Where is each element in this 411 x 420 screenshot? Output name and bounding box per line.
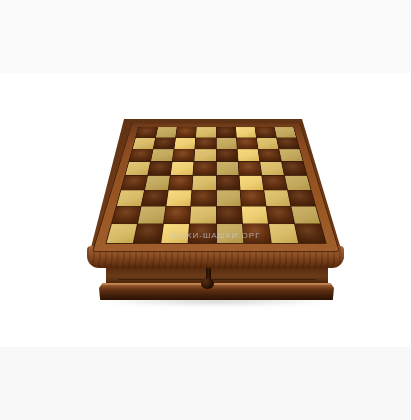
square-f6 bbox=[237, 149, 259, 161]
square-e7 bbox=[216, 138, 236, 149]
square-d6 bbox=[195, 149, 216, 161]
square-e3 bbox=[216, 190, 240, 206]
square-c4 bbox=[169, 175, 193, 189]
square-e8 bbox=[216, 127, 235, 137]
square-h5 bbox=[282, 162, 307, 175]
product-photo: ШАХИ-ШАШКИ.ОРГ bbox=[0, 0, 411, 420]
backdrop-bottom-band bbox=[0, 347, 411, 420]
square-f8 bbox=[236, 127, 256, 137]
square-a1 bbox=[107, 224, 138, 243]
square-c5 bbox=[171, 162, 194, 175]
backdrop-top-band bbox=[0, 0, 411, 73]
chessboard-grid bbox=[105, 127, 326, 244]
square-d7 bbox=[195, 138, 215, 149]
square-e4 bbox=[216, 175, 239, 189]
square-g6 bbox=[258, 149, 281, 161]
square-a3 bbox=[117, 190, 144, 206]
square-h2 bbox=[291, 206, 320, 223]
square-d8 bbox=[196, 127, 215, 137]
square-b6 bbox=[151, 149, 174, 161]
square-a5 bbox=[125, 162, 150, 175]
square-c8 bbox=[176, 127, 196, 137]
drawer-knob bbox=[201, 278, 214, 289]
square-b3 bbox=[142, 190, 168, 206]
square-f2 bbox=[241, 206, 267, 223]
square-b4 bbox=[145, 175, 170, 189]
square-g5 bbox=[260, 162, 284, 175]
square-a2 bbox=[112, 206, 141, 223]
square-e5 bbox=[216, 162, 238, 175]
square-b7 bbox=[154, 138, 176, 149]
square-g2 bbox=[266, 206, 294, 223]
drawer-seam-line bbox=[118, 279, 316, 280]
square-d3 bbox=[192, 190, 216, 206]
base-plinth-molding bbox=[99, 283, 334, 300]
square-c3 bbox=[167, 190, 192, 206]
square-b5 bbox=[148, 162, 172, 175]
square-a6 bbox=[129, 149, 153, 161]
square-e6 bbox=[216, 149, 237, 161]
square-h6 bbox=[279, 149, 303, 161]
square-c6 bbox=[173, 149, 195, 161]
square-a8 bbox=[136, 127, 158, 137]
square-h1 bbox=[295, 224, 326, 243]
square-g4 bbox=[262, 175, 287, 189]
square-d4 bbox=[193, 175, 216, 189]
square-e2 bbox=[216, 206, 241, 223]
square-b2 bbox=[138, 206, 166, 223]
square-g3 bbox=[264, 190, 290, 206]
square-c7 bbox=[175, 138, 196, 149]
watermark: ШАХИ-ШАШКИ.ОРГ bbox=[148, 230, 284, 242]
square-c2 bbox=[164, 206, 190, 223]
square-d5 bbox=[194, 162, 216, 175]
square-b8 bbox=[156, 127, 177, 137]
square-f3 bbox=[240, 190, 265, 206]
square-f7 bbox=[236, 138, 257, 149]
square-h3 bbox=[288, 190, 315, 206]
square-a4 bbox=[121, 175, 147, 189]
square-g7 bbox=[257, 138, 279, 149]
square-d2 bbox=[190, 206, 215, 223]
square-h7 bbox=[277, 138, 300, 149]
square-a7 bbox=[133, 138, 156, 149]
square-h8 bbox=[275, 127, 297, 137]
square-f5 bbox=[238, 162, 261, 175]
square-f4 bbox=[239, 175, 263, 189]
square-g8 bbox=[255, 127, 276, 137]
square-h4 bbox=[285, 175, 311, 189]
